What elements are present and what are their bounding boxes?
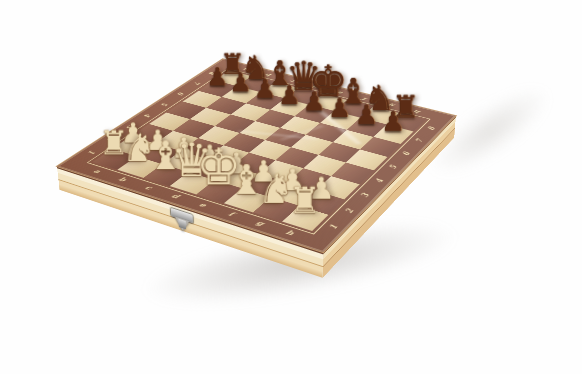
- white-rook: ♜: [280, 182, 330, 218]
- rank-label-8: 8: [414, 122, 448, 135]
- chess-box: ♜♞♝♛♚♝♞♜♟♟♟♟♟♟♟♟♟♟♟♟♟♟♟♟♜♞♝♛♚♝♞♜ abcdefg…: [57, 59, 456, 253]
- metal-clasp-icon: [171, 208, 193, 224]
- chess-board: ♜♞♝♛♚♝♞♜♟♟♟♟♟♟♟♟♟♟♟♟♟♟♟♟♜♞♝♛♚♝♞♜ abcdefg…: [57, 59, 456, 253]
- product-photo: ♜♞♝♛♚♝♞♜♟♟♟♟♟♟♟♟♟♟♟♟♟♟♟♟♜♞♝♛♚♝♞♜ abcdefg…: [0, 0, 582, 374]
- photo-scene: ♜♞♝♛♚♝♞♜♟♟♟♟♟♟♟♟♟♟♟♟♟♟♟♟♜♞♝♛♚♝♞♜ abcdefg…: [0, 0, 582, 374]
